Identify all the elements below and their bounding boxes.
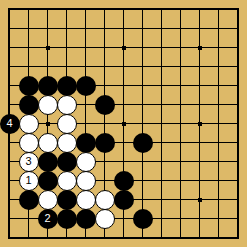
star-point xyxy=(122,46,126,50)
board-point[interactable] xyxy=(114,190,133,209)
board-point[interactable] xyxy=(190,190,209,209)
board-point[interactable] xyxy=(190,76,209,95)
black-stone xyxy=(95,133,115,153)
white-stone xyxy=(95,209,115,229)
board-point[interactable] xyxy=(133,171,152,190)
board-point[interactable] xyxy=(76,228,95,247)
board-point[interactable] xyxy=(133,38,152,57)
black-stone: 2 xyxy=(38,209,58,229)
board-point[interactable] xyxy=(228,190,247,209)
white-stone xyxy=(57,133,77,153)
board-point[interactable] xyxy=(57,38,76,57)
board-point[interactable] xyxy=(57,190,76,209)
board-point[interactable] xyxy=(152,171,171,190)
black-stone xyxy=(57,76,77,96)
board-point[interactable] xyxy=(228,152,247,171)
board-point[interactable] xyxy=(95,190,114,209)
star-point xyxy=(46,122,50,126)
board-point[interactable] xyxy=(0,133,19,152)
board-point[interactable] xyxy=(76,114,95,133)
white-stone xyxy=(38,190,58,210)
board-point[interactable] xyxy=(171,133,190,152)
board-point[interactable] xyxy=(171,38,190,57)
board-point[interactable] xyxy=(19,190,38,209)
board-point[interactable] xyxy=(57,0,76,19)
board-point[interactable] xyxy=(114,171,133,190)
board-point[interactable] xyxy=(0,19,19,38)
board-point[interactable] xyxy=(19,209,38,228)
black-stone xyxy=(114,171,134,191)
board-point[interactable] xyxy=(152,57,171,76)
black-stone xyxy=(38,171,58,191)
black-stone xyxy=(57,152,77,172)
black-stone xyxy=(114,190,134,210)
white-stone xyxy=(95,190,115,210)
board-point[interactable] xyxy=(76,95,95,114)
board-point[interactable] xyxy=(76,76,95,95)
board-point[interactable] xyxy=(171,190,190,209)
go-diagram: 4312 xyxy=(0,0,247,247)
board-point[interactable] xyxy=(133,114,152,133)
board-point[interactable] xyxy=(228,38,247,57)
board-point[interactable] xyxy=(209,114,228,133)
board-point[interactable] xyxy=(209,0,228,19)
board-point[interactable] xyxy=(114,228,133,247)
board-point[interactable] xyxy=(133,57,152,76)
board-point[interactable] xyxy=(114,0,133,19)
board-point[interactable] xyxy=(228,228,247,247)
board-point[interactable] xyxy=(95,0,114,19)
board-point[interactable] xyxy=(133,209,152,228)
board-point[interactable] xyxy=(38,0,57,19)
board-point[interactable] xyxy=(209,19,228,38)
board-point[interactable] xyxy=(171,228,190,247)
board-point[interactable] xyxy=(95,133,114,152)
board-point[interactable] xyxy=(38,190,57,209)
board-point[interactable] xyxy=(19,114,38,133)
black-stone xyxy=(38,152,58,172)
board-point[interactable] xyxy=(171,57,190,76)
board-point[interactable] xyxy=(190,95,209,114)
board-point[interactable] xyxy=(114,57,133,76)
board-point[interactable] xyxy=(38,228,57,247)
board-point[interactable] xyxy=(19,38,38,57)
black-stone xyxy=(76,76,96,96)
board-point[interactable] xyxy=(114,76,133,95)
board-point[interactable] xyxy=(152,76,171,95)
board-point[interactable] xyxy=(114,209,133,228)
board-point[interactable] xyxy=(38,57,57,76)
board-point[interactable] xyxy=(228,133,247,152)
board-point[interactable] xyxy=(76,171,95,190)
board-point[interactable] xyxy=(152,133,171,152)
white-stone xyxy=(76,190,96,210)
board-point[interactable] xyxy=(190,133,209,152)
board-point[interactable] xyxy=(57,152,76,171)
board-point[interactable] xyxy=(0,76,19,95)
board-point[interactable] xyxy=(209,95,228,114)
board-point[interactable] xyxy=(152,19,171,38)
board-point[interactable] xyxy=(95,19,114,38)
board-point[interactable] xyxy=(19,57,38,76)
board-point[interactable] xyxy=(190,19,209,38)
board-point[interactable] xyxy=(38,114,57,133)
board-point[interactable] xyxy=(171,0,190,19)
board-point[interactable] xyxy=(114,95,133,114)
board-point[interactable] xyxy=(209,38,228,57)
star-point xyxy=(198,122,202,126)
board-point[interactable]: 1 xyxy=(19,171,38,190)
white-stone: 3 xyxy=(19,152,39,172)
board-point[interactable] xyxy=(190,152,209,171)
board-point[interactable] xyxy=(95,95,114,114)
board-point[interactable] xyxy=(171,114,190,133)
board-point[interactable] xyxy=(76,152,95,171)
board-point[interactable] xyxy=(152,38,171,57)
board-point[interactable] xyxy=(57,57,76,76)
board-point[interactable] xyxy=(228,171,247,190)
board-point[interactable] xyxy=(228,95,247,114)
move-number: 4 xyxy=(6,118,12,129)
black-stone xyxy=(38,76,58,96)
white-stone xyxy=(76,171,96,191)
board-point[interactable] xyxy=(38,152,57,171)
board-point[interactable] xyxy=(19,76,38,95)
board-point[interactable] xyxy=(76,209,95,228)
board-point[interactable] xyxy=(190,171,209,190)
board-point[interactable] xyxy=(38,38,57,57)
board-point[interactable] xyxy=(190,0,209,19)
board-point[interactable] xyxy=(228,57,247,76)
board-point[interactable] xyxy=(0,171,19,190)
board-point[interactable] xyxy=(19,0,38,19)
move-number: 2 xyxy=(44,213,50,224)
board-point[interactable] xyxy=(152,114,171,133)
board-point[interactable] xyxy=(38,76,57,95)
board-point[interactable] xyxy=(38,95,57,114)
black-stone xyxy=(95,95,115,115)
board-point[interactable] xyxy=(190,38,209,57)
board-point[interactable] xyxy=(228,114,247,133)
board-point[interactable] xyxy=(76,133,95,152)
move-number: 1 xyxy=(25,175,31,186)
black-stone: 4 xyxy=(0,114,20,134)
board-point[interactable] xyxy=(95,152,114,171)
board-point[interactable] xyxy=(0,95,19,114)
board-point[interactable] xyxy=(57,95,76,114)
board-point[interactable] xyxy=(57,114,76,133)
board-point[interactable] xyxy=(38,133,57,152)
board-point[interactable] xyxy=(209,152,228,171)
board-point[interactable] xyxy=(171,171,190,190)
board-point[interactable]: 2 xyxy=(38,209,57,228)
white-stone xyxy=(38,95,58,115)
board-point[interactable] xyxy=(133,95,152,114)
board-point[interactable] xyxy=(19,95,38,114)
board-point[interactable] xyxy=(76,57,95,76)
white-stone xyxy=(57,114,77,134)
board-point[interactable] xyxy=(114,152,133,171)
board-point[interactable] xyxy=(209,133,228,152)
board-point[interactable] xyxy=(209,76,228,95)
board-point[interactable] xyxy=(114,133,133,152)
board-point[interactable] xyxy=(0,152,19,171)
board-point[interactable] xyxy=(57,19,76,38)
board-point[interactable] xyxy=(95,38,114,57)
white-stone: 1 xyxy=(19,171,39,191)
board-point[interactable] xyxy=(95,114,114,133)
star-point xyxy=(198,198,202,202)
board-point[interactable] xyxy=(76,19,95,38)
white-stone xyxy=(38,133,58,153)
black-stone xyxy=(57,190,77,210)
board-point[interactable] xyxy=(114,38,133,57)
white-stone xyxy=(19,114,39,134)
board-point[interactable] xyxy=(171,76,190,95)
board-point[interactable] xyxy=(228,76,247,95)
board-point[interactable] xyxy=(0,0,19,19)
board-point[interactable] xyxy=(0,209,19,228)
board-point[interactable] xyxy=(133,133,152,152)
board-point[interactable] xyxy=(152,95,171,114)
star-point xyxy=(46,46,50,50)
board-point[interactable] xyxy=(19,228,38,247)
board-point[interactable] xyxy=(57,228,76,247)
board-point[interactable] xyxy=(76,0,95,19)
white-stone xyxy=(19,133,39,153)
board-point[interactable] xyxy=(228,19,247,38)
board-point[interactable] xyxy=(95,228,114,247)
board-point[interactable] xyxy=(57,209,76,228)
board-point[interactable] xyxy=(19,19,38,38)
board-point[interactable] xyxy=(95,76,114,95)
board-point[interactable] xyxy=(95,171,114,190)
board-point[interactable] xyxy=(76,38,95,57)
board-point[interactable] xyxy=(171,19,190,38)
board-point[interactable] xyxy=(19,133,38,152)
board-point[interactable] xyxy=(209,57,228,76)
go-board[interactable]: 4312 xyxy=(0,0,247,247)
star-point xyxy=(198,46,202,50)
black-stone xyxy=(57,209,77,229)
white-stone xyxy=(57,95,77,115)
board-point[interactable] xyxy=(152,0,171,19)
board-point[interactable] xyxy=(0,57,19,76)
black-stone xyxy=(19,190,39,210)
board-point[interactable] xyxy=(38,171,57,190)
black-stone xyxy=(76,133,96,153)
board-point[interactable] xyxy=(152,228,171,247)
board-point[interactable] xyxy=(95,57,114,76)
board-point[interactable] xyxy=(152,152,171,171)
board-point[interactable] xyxy=(133,0,152,19)
board-point[interactable] xyxy=(76,190,95,209)
board-point[interactable] xyxy=(133,190,152,209)
board-point[interactable] xyxy=(228,209,247,228)
board-point[interactable] xyxy=(209,171,228,190)
board-point[interactable] xyxy=(114,19,133,38)
board-point[interactable] xyxy=(152,190,171,209)
board-point[interactable] xyxy=(57,171,76,190)
board-point[interactable] xyxy=(209,209,228,228)
board-point[interactable] xyxy=(38,19,57,38)
black-stone xyxy=(19,76,39,96)
board-point[interactable] xyxy=(114,114,133,133)
board-point[interactable] xyxy=(209,228,228,247)
board-point[interactable] xyxy=(0,38,19,57)
black-stone xyxy=(76,209,96,229)
black-stone xyxy=(19,95,39,115)
board-point[interactable] xyxy=(57,133,76,152)
board-point[interactable] xyxy=(133,228,152,247)
board-point[interactable]: 3 xyxy=(19,152,38,171)
board-point[interactable] xyxy=(171,209,190,228)
board-point[interactable] xyxy=(133,76,152,95)
black-stone xyxy=(133,209,153,229)
black-stone xyxy=(133,133,153,153)
move-number: 3 xyxy=(25,156,31,167)
board-point[interactable] xyxy=(152,209,171,228)
board-point[interactable] xyxy=(57,76,76,95)
board-point[interactable] xyxy=(171,95,190,114)
board-point[interactable] xyxy=(228,0,247,19)
board-point[interactable] xyxy=(95,209,114,228)
board-point[interactable]: 4 xyxy=(0,114,19,133)
board-point[interactable] xyxy=(190,209,209,228)
board-point[interactable] xyxy=(190,228,209,247)
white-stone xyxy=(57,171,77,191)
board-point[interactable] xyxy=(0,190,19,209)
board-point[interactable] xyxy=(209,190,228,209)
board-point[interactable] xyxy=(133,152,152,171)
white-stone xyxy=(76,152,96,172)
board-point[interactable] xyxy=(171,152,190,171)
board-point[interactable] xyxy=(133,19,152,38)
star-point xyxy=(122,122,126,126)
board-point[interactable] xyxy=(190,57,209,76)
board-point[interactable] xyxy=(190,114,209,133)
board-point[interactable] xyxy=(0,228,19,247)
